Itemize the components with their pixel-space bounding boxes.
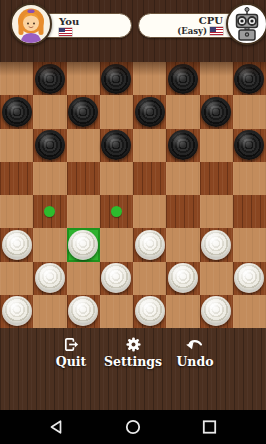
player-name-cpu: CPU [199,15,223,26]
square-r6c6 [166,228,199,261]
square-r4c5[interactable] [133,162,166,195]
square-r1c2[interactable]: ⛂ [33,62,66,95]
black-piece[interactable]: ⛂ [68,97,98,127]
quit-label: Quit [56,354,87,369]
quit-button[interactable]: Quit [40,335,102,369]
square-r8c3[interactable]: ⛀ [67,295,100,328]
android-navbar [0,410,266,444]
footer-toolbar: Quit Settings [0,328,266,410]
white-piece[interactable]: ⛀ [135,230,165,260]
square-r8c7[interactable]: ⛀ [200,295,233,328]
robot-avatar-icon [228,5,266,43]
black-piece[interactable]: ⛂ [234,130,264,160]
square-r2c2 [33,95,66,128]
home-icon[interactable] [125,419,141,435]
square-r6c1[interactable]: ⛀ [0,228,33,261]
square-r1c3 [67,62,100,95]
square-r8c4 [100,295,133,328]
white-piece[interactable]: ⛀ [2,296,32,326]
square-r7c5 [133,262,166,295]
square-r2c6 [166,95,199,128]
square-r5c3 [67,195,100,228]
difficulty-row: (Easy) [177,26,223,36]
square-r6c7[interactable]: ⛀ [200,228,233,261]
square-r8c8 [233,295,266,328]
square-r3c2[interactable]: ⛂ [33,129,66,162]
black-piece[interactable]: ⛂ [2,97,32,127]
legal-move-dot[interactable] [111,206,122,217]
recents-icon[interactable] [202,420,217,435]
square-r1c8[interactable]: ⛂ [233,62,266,95]
square-r6c3[interactable]: ⛀ [67,228,100,261]
undo-icon [185,335,205,353]
white-piece[interactable]: ⛀ [201,230,231,260]
white-piece[interactable]: ⛀ [2,230,32,260]
legal-move-dot[interactable] [44,206,55,217]
square-r3c5 [133,129,166,162]
square-r3c6[interactable]: ⛂ [166,129,199,162]
square-r7c7 [200,262,233,295]
app-screen: You CPU (Easy) [0,0,266,444]
square-r3c7 [200,129,233,162]
gear-icon [125,335,142,353]
exit-icon [63,335,80,353]
black-piece[interactable]: ⛂ [101,130,131,160]
board: ⛂⛂⛂⛂⛂⛂⛂⛂⛂⛂⛂⛂⛀⛀⛀⛀⛀⛀⛀⛀⛀⛀⛀⛀ [0,62,266,328]
white-piece[interactable]: ⛀ [168,263,198,293]
square-r5c2[interactable] [33,195,66,228]
white-piece[interactable]: ⛀ [135,296,165,326]
square-r5c6[interactable] [166,195,199,228]
square-r8c5[interactable]: ⛀ [133,295,166,328]
black-piece[interactable]: ⛂ [101,64,131,94]
square-r2c3[interactable]: ⛂ [67,95,100,128]
us-flag [59,28,72,36]
white-piece[interactable]: ⛀ [201,296,231,326]
square-r4c8 [233,162,266,195]
square-r6c5[interactable]: ⛀ [133,228,166,261]
back-icon[interactable] [49,419,63,435]
square-r3c4[interactable]: ⛂ [100,129,133,162]
square-r5c4[interactable] [100,195,133,228]
square-r7c6[interactable]: ⛀ [166,262,199,295]
square-r8c1[interactable]: ⛀ [0,295,33,328]
square-r7c3 [67,262,100,295]
square-r1c7 [200,62,233,95]
black-piece[interactable]: ⛂ [234,64,264,94]
square-r4c2 [33,162,66,195]
square-r4c7[interactable] [200,162,233,195]
black-piece[interactable]: ⛂ [168,64,198,94]
square-r1c5 [133,62,166,95]
square-r1c1 [0,62,33,95]
square-r5c1 [0,195,33,228]
white-piece[interactable]: ⛀ [101,263,131,293]
square-r2c8 [233,95,266,128]
undo-button[interactable]: Undo [164,335,226,369]
square-r6c4 [100,228,133,261]
girl-avatar [10,3,52,45]
square-r7c1 [0,262,33,295]
square-r2c7[interactable]: ⛂ [200,95,233,128]
settings-button[interactable]: Settings [102,335,164,369]
square-r5c7 [200,195,233,228]
square-r7c8[interactable]: ⛀ [233,262,266,295]
difficulty-label: (Easy) [177,26,207,36]
square-r1c6[interactable]: ⛂ [166,62,199,95]
flag-canton [59,28,65,33]
black-piece[interactable]: ⛂ [168,130,198,160]
white-piece[interactable]: ⛀ [35,263,65,293]
square-r4c6 [166,162,199,195]
player-name-you: You [59,16,79,27]
white-piece[interactable]: ⛀ [68,230,98,260]
square-r3c3 [67,129,100,162]
square-r3c8[interactable]: ⛂ [233,129,266,162]
square-r7c4[interactable]: ⛀ [100,262,133,295]
flag-canton [210,27,216,32]
square-r6c8 [233,228,266,261]
square-r2c4 [100,95,133,128]
square-r2c5[interactable]: ⛂ [133,95,166,128]
square-r8c2 [33,295,66,328]
square-r5c5 [133,195,166,228]
white-piece[interactable]: ⛀ [68,296,98,326]
square-r5c8[interactable] [233,195,266,228]
white-piece[interactable]: ⛀ [234,263,264,293]
square-r3c1 [0,129,33,162]
square-r4c3[interactable] [67,162,100,195]
black-piece[interactable]: ⛂ [201,97,231,127]
black-piece[interactable]: ⛂ [135,97,165,127]
square-r4c4 [100,162,133,195]
girl-avatar-icon [12,5,50,43]
square-r1c4[interactable]: ⛂ [100,62,133,95]
square-r2c1[interactable]: ⛂ [0,95,33,128]
black-piece[interactable]: ⛂ [35,130,65,160]
header: You CPU (Easy) [0,0,266,62]
square-r8c6 [166,295,199,328]
robot-avatar [226,3,266,45]
settings-label: Settings [104,354,162,369]
square-r4c1[interactable] [0,162,33,195]
black-piece[interactable]: ⛂ [35,64,65,94]
us-flag [210,27,223,35]
square-r7c2[interactable]: ⛀ [33,262,66,295]
square-r6c2 [33,228,66,261]
undo-label: Undo [176,354,213,369]
